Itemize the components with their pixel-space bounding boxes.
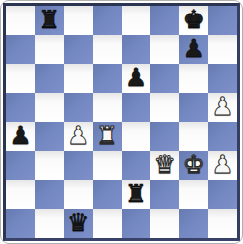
square-e7: [122, 35, 151, 64]
square-f8: [150, 6, 179, 35]
square-a4: ♟: [6, 122, 35, 151]
square-h5: ♟: [208, 93, 237, 122]
square-a2: [6, 180, 35, 209]
square-d3: [93, 151, 122, 180]
square-c3: [64, 151, 93, 180]
square-a6: [6, 64, 35, 93]
square-c4: ♟: [64, 122, 93, 151]
square-c8: [64, 6, 93, 35]
square-g7: ♟: [179, 35, 208, 64]
square-h8: [208, 6, 237, 35]
square-g6: [179, 64, 208, 93]
square-b2: [35, 180, 64, 209]
square-h2: [208, 180, 237, 209]
square-d7: [93, 35, 122, 64]
square-e8: [122, 6, 151, 35]
square-f3: ♛: [150, 151, 179, 180]
white-queen-f3: ♛: [154, 152, 176, 177]
square-a1: [6, 209, 35, 238]
square-e1: [122, 209, 151, 238]
square-g4: [179, 122, 208, 151]
chess-diagram-image: ♜♚♟♟♟♟♟♜♛♚♟♜♛: [0, 0, 243, 244]
square-f5: [150, 93, 179, 122]
square-e5: [122, 93, 151, 122]
square-e6: ♟: [122, 64, 151, 93]
square-f4: [150, 122, 179, 151]
square-d4: ♜: [93, 122, 122, 151]
square-f7: [150, 35, 179, 64]
board-frame: ♜♚♟♟♟♟♟♜♛♚♟♜♛: [3, 3, 240, 241]
square-h3: ♟: [208, 151, 237, 180]
square-a5: [6, 93, 35, 122]
white-pawn-c4: ♟: [67, 123, 89, 148]
square-g8: ♚: [179, 6, 208, 35]
square-g3: ♚: [179, 151, 208, 180]
black-pawn-a4: ♟: [9, 123, 31, 148]
square-f2: [150, 180, 179, 209]
square-b5: [35, 93, 64, 122]
black-rook-b8: ♜: [38, 7, 60, 32]
square-b7: [35, 35, 64, 64]
black-king-g8: ♚: [182, 7, 204, 32]
white-pawn-h3: ♟: [211, 152, 233, 177]
square-h4: [208, 122, 237, 151]
white-pawn-h5: ♟: [211, 94, 233, 119]
square-e4: [122, 122, 151, 151]
black-queen-c1: ♛: [67, 210, 89, 235]
chess-board: ♜♚♟♟♟♟♟♜♛♚♟♜♛: [6, 6, 237, 238]
square-b8: ♜: [35, 6, 64, 35]
square-d8: [93, 6, 122, 35]
square-d1: [93, 209, 122, 238]
square-a7: [6, 35, 35, 64]
square-h7: [208, 35, 237, 64]
square-g2: [179, 180, 208, 209]
square-b1: [35, 209, 64, 238]
square-c6: [64, 64, 93, 93]
square-b3: [35, 151, 64, 180]
black-pawn-g7: ♟: [182, 36, 204, 61]
square-b6: [35, 64, 64, 93]
white-rook-d4: ♜: [96, 123, 118, 148]
black-pawn-e6: ♟: [125, 65, 147, 90]
diagram-margin: ♜♚♟♟♟♟♟♜♛♚♟♜♛: [2, 2, 241, 242]
square-f1: [150, 209, 179, 238]
square-g5: [179, 93, 208, 122]
square-c1: ♛: [64, 209, 93, 238]
square-b4: [35, 122, 64, 151]
square-d2: [93, 180, 122, 209]
square-c7: [64, 35, 93, 64]
square-e2: ♜: [122, 180, 151, 209]
square-a8: [6, 6, 35, 35]
square-a3: [6, 151, 35, 180]
square-e3: [122, 151, 151, 180]
square-g1: [179, 209, 208, 238]
square-c2: [64, 180, 93, 209]
square-h1: [208, 209, 237, 238]
square-d5: [93, 93, 122, 122]
white-king-g3: ♚: [182, 152, 204, 177]
square-f6: [150, 64, 179, 93]
square-h6: [208, 64, 237, 93]
square-c5: [64, 93, 93, 122]
square-d6: [93, 64, 122, 93]
black-rook-e2: ♜: [125, 181, 147, 206]
